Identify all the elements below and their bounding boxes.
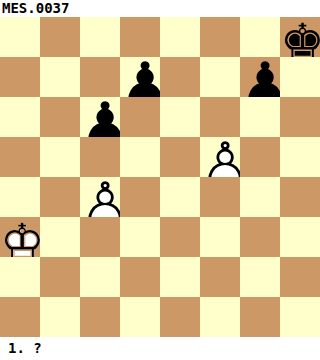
square-h7 [280, 57, 320, 97]
white-pawn: ♟♙ [200, 137, 240, 177]
square-a3: ♚♔ [0, 217, 40, 257]
square-c2 [80, 257, 120, 297]
square-e6 [160, 97, 200, 137]
square-b2 [40, 257, 80, 297]
square-a5 [0, 137, 40, 177]
move-prompt: 1. ? [0, 337, 320, 360]
square-e2 [160, 257, 200, 297]
chess-board: ♚♟♟♟♟♙♟♙♚♔ [0, 17, 320, 337]
square-d4 [120, 177, 160, 217]
square-b8 [40, 17, 80, 57]
square-g2 [240, 257, 280, 297]
white-king: ♚♔ [0, 217, 40, 257]
square-g3 [240, 217, 280, 257]
square-g4 [240, 177, 280, 217]
square-g1 [240, 297, 280, 337]
square-b1 [40, 297, 80, 337]
square-h1 [280, 297, 320, 337]
square-h2 [280, 257, 320, 297]
square-h6 [280, 97, 320, 137]
square-a2 [0, 257, 40, 297]
square-h4 [280, 177, 320, 217]
square-b3 [40, 217, 80, 257]
square-b7 [40, 57, 80, 97]
square-a8 [0, 17, 40, 57]
chess-diagram: MES.0037 ♚♟♟♟♟♙♟♙♚♔ 1. ? [0, 0, 320, 360]
black-pawn: ♟ [80, 97, 120, 137]
square-d3 [120, 217, 160, 257]
square-c3 [80, 217, 120, 257]
white-pawn: ♟♙ [80, 177, 120, 217]
square-d2 [120, 257, 160, 297]
square-e4 [160, 177, 200, 217]
square-b5 [40, 137, 80, 177]
square-h5 [280, 137, 320, 177]
square-e5 [160, 137, 200, 177]
square-g5 [240, 137, 280, 177]
square-e3 [160, 217, 200, 257]
square-c4: ♟♙ [80, 177, 120, 217]
square-a1 [0, 297, 40, 337]
square-f3 [200, 217, 240, 257]
square-a4 [0, 177, 40, 217]
square-e7 [160, 57, 200, 97]
square-c8 [80, 17, 120, 57]
diagram-title: MES.0037 [0, 0, 320, 17]
square-d6 [120, 97, 160, 137]
square-f2 [200, 257, 240, 297]
square-g7: ♟ [240, 57, 280, 97]
black-pawn: ♟ [240, 57, 280, 97]
square-c1 [80, 297, 120, 337]
square-d1 [120, 297, 160, 337]
square-b4 [40, 177, 80, 217]
square-h3 [280, 217, 320, 257]
square-a7 [0, 57, 40, 97]
square-a6 [0, 97, 40, 137]
square-f4 [200, 177, 240, 217]
square-f5: ♟♙ [200, 137, 240, 177]
square-f7 [200, 57, 240, 97]
square-f8 [200, 17, 240, 57]
square-f1 [200, 297, 240, 337]
square-b6 [40, 97, 80, 137]
square-e1 [160, 297, 200, 337]
square-c6: ♟ [80, 97, 120, 137]
